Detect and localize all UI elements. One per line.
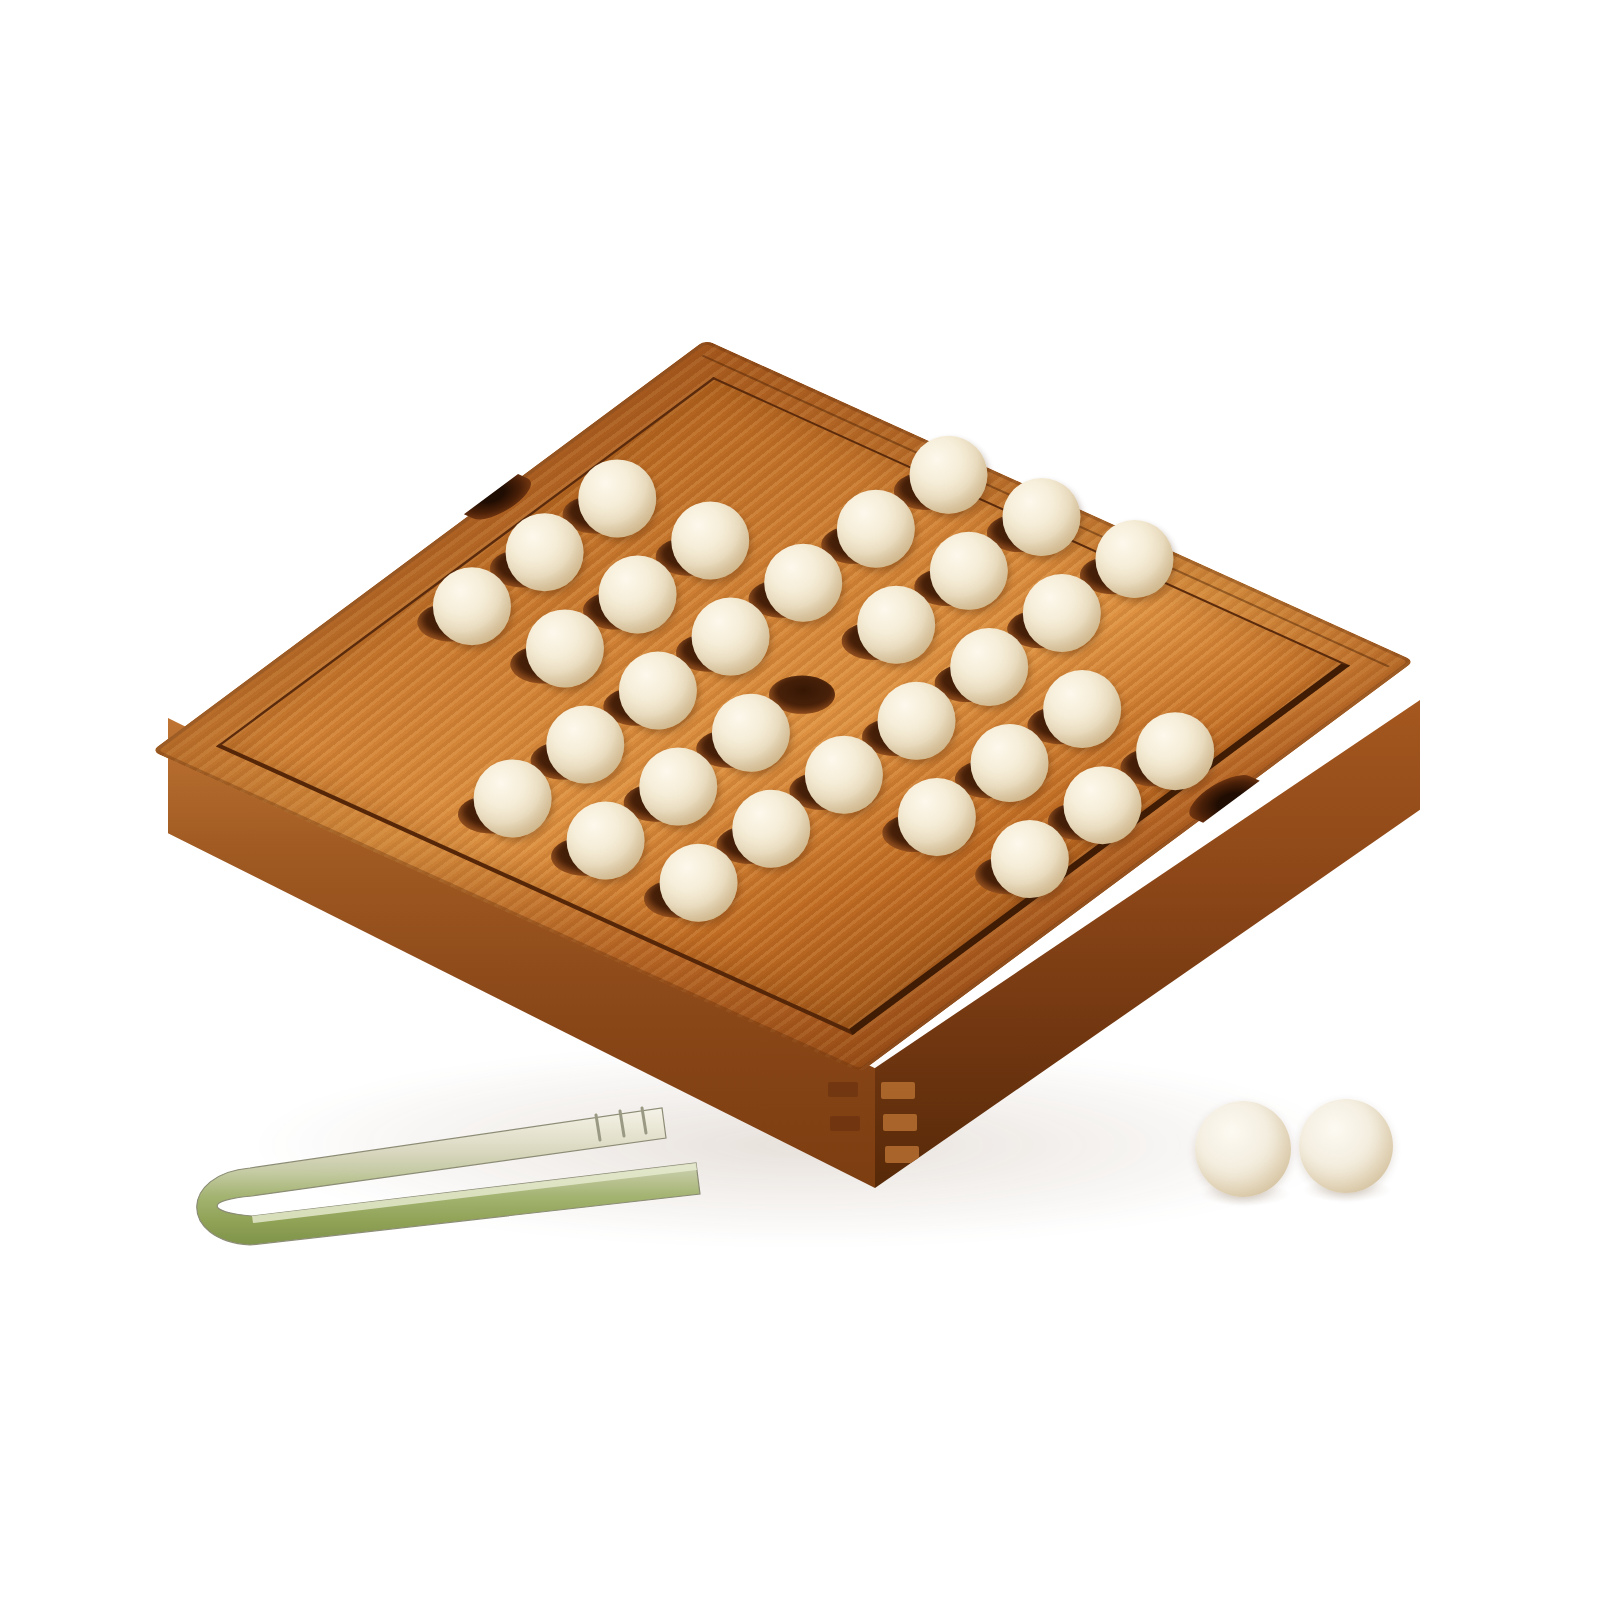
marble-peg[interactable] bbox=[837, 490, 915, 568]
marble-peg[interactable] bbox=[930, 532, 1008, 610]
marble-peg[interactable] bbox=[619, 652, 697, 730]
marble-peg[interactable] bbox=[1043, 670, 1121, 748]
marble-peg[interactable] bbox=[506, 513, 584, 591]
marble-peg[interactable] bbox=[909, 436, 987, 514]
marble-peg[interactable] bbox=[971, 724, 1049, 802]
marble-peg[interactable] bbox=[1002, 478, 1080, 556]
marble-peg[interactable] bbox=[898, 778, 976, 856]
marble-peg[interactable] bbox=[567, 802, 645, 880]
marble-peg[interactable] bbox=[950, 628, 1028, 706]
dovetail-joint bbox=[828, 1082, 858, 1097]
marble-peg[interactable] bbox=[1023, 574, 1101, 652]
marble-peg[interactable] bbox=[764, 544, 842, 622]
marble-tongs[interactable] bbox=[150, 1070, 750, 1280]
marble-peg[interactable] bbox=[599, 555, 677, 633]
marble-peg[interactable] bbox=[712, 694, 790, 772]
marble-peg[interactable] bbox=[639, 748, 717, 826]
marble-peg[interactable] bbox=[671, 502, 749, 580]
dovetail-joint bbox=[881, 1082, 915, 1099]
marble-peg[interactable] bbox=[1095, 520, 1173, 598]
marble-peg[interactable] bbox=[805, 736, 883, 814]
marble-peg[interactable] bbox=[732, 790, 810, 868]
marble-peg[interactable] bbox=[991, 820, 1069, 898]
spare-marble-2[interactable] bbox=[1299, 1099, 1393, 1193]
marble-peg[interactable] bbox=[857, 586, 935, 664]
marble-peg[interactable] bbox=[433, 567, 511, 645]
marble-peg[interactable] bbox=[1063, 766, 1141, 844]
dovetail-joint bbox=[883, 1114, 917, 1131]
marble-peg[interactable] bbox=[1136, 712, 1214, 790]
dovetail-joint bbox=[885, 1146, 919, 1163]
marble-peg[interactable] bbox=[526, 609, 604, 687]
solitaire-board-box-top bbox=[151, 340, 1414, 1073]
marble-peg[interactable] bbox=[660, 844, 738, 922]
marble-peg[interactable] bbox=[878, 682, 956, 760]
marble-peg[interactable] bbox=[546, 705, 624, 783]
marble-peg[interactable] bbox=[692, 598, 770, 676]
spare-marble-1[interactable] bbox=[1195, 1101, 1291, 1197]
product-photo-scene bbox=[0, 0, 1600, 1600]
marble-peg[interactable] bbox=[474, 759, 552, 837]
marble-peg[interactable] bbox=[578, 459, 656, 537]
dovetail-joint bbox=[830, 1116, 860, 1131]
